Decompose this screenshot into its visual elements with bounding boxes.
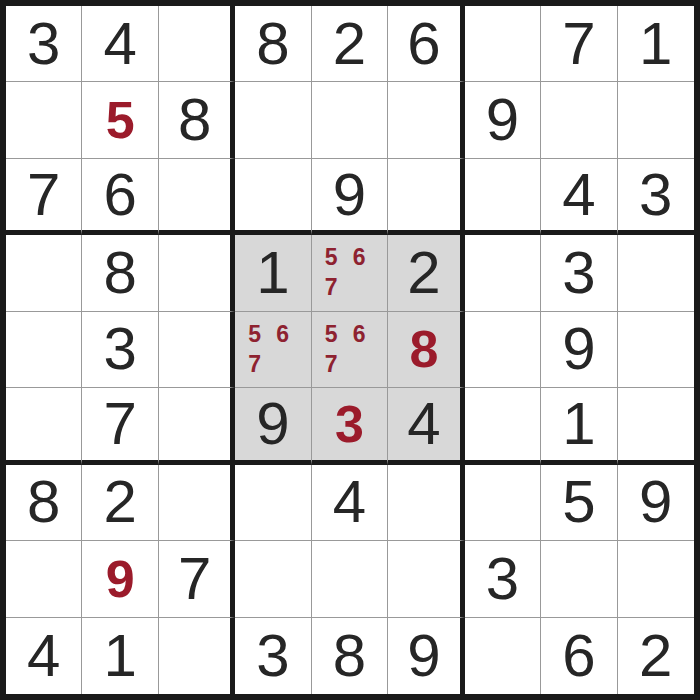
- cell-r6c1[interactable]: [6, 388, 82, 464]
- cell-r3c9[interactable]: 3: [618, 159, 694, 235]
- cell-r2c5[interactable]: [312, 82, 388, 158]
- cell-r4c5[interactable]: 567: [312, 235, 388, 311]
- cell-r9c3[interactable]: [159, 618, 235, 694]
- given-digit: 9: [256, 394, 289, 454]
- pencil-digit: 6: [353, 322, 366, 347]
- user-digit: 9: [106, 553, 135, 605]
- cell-r8c5[interactable]: [312, 541, 388, 617]
- cell-r2c1[interactable]: [6, 82, 82, 158]
- user-digit: 8: [409, 323, 438, 375]
- cell-r5c4[interactable]: 567: [235, 312, 311, 388]
- cell-r8c4[interactable]: [235, 541, 311, 617]
- given-digit: 5: [562, 472, 595, 532]
- given-digit: 9: [407, 626, 440, 686]
- cell-r1c4[interactable]: 8: [235, 6, 311, 82]
- given-digit: 6: [562, 626, 595, 686]
- cell-r6c3[interactable]: [159, 388, 235, 464]
- cell-r1c3[interactable]: [159, 6, 235, 82]
- given-digit: 7: [562, 14, 595, 74]
- cell-r5c3[interactable]: [159, 312, 235, 388]
- given-digit: 3: [639, 165, 672, 225]
- pencil-marks: 567: [235, 312, 310, 387]
- cell-r4c8[interactable]: 3: [541, 235, 617, 311]
- given-digit: 7: [27, 165, 60, 225]
- cell-r4c7[interactable]: [465, 235, 541, 311]
- cell-r9c8[interactable]: 6: [541, 618, 617, 694]
- cell-r6c2[interactable]: 7: [82, 388, 158, 464]
- given-digit: 8: [333, 626, 366, 686]
- cell-r6c6[interactable]: 4: [388, 388, 464, 464]
- given-digit: 6: [407, 14, 440, 74]
- given-digit: 8: [178, 90, 211, 150]
- cell-r3c8[interactable]: 4: [541, 159, 617, 235]
- given-digit: 9: [486, 90, 519, 150]
- cell-r2c3[interactable]: 8: [159, 82, 235, 158]
- given-digit: 2: [407, 243, 440, 303]
- cell-r8c6[interactable]: [388, 541, 464, 617]
- cell-r7c4[interactable]: [235, 465, 311, 541]
- cell-r7c5[interactable]: 4: [312, 465, 388, 541]
- cell-r1c6[interactable]: 6: [388, 6, 464, 82]
- cell-r9c9[interactable]: 2: [618, 618, 694, 694]
- cell-r8c9[interactable]: [618, 541, 694, 617]
- cell-r5c2[interactable]: 3: [82, 312, 158, 388]
- cell-r8c3[interactable]: 7: [159, 541, 235, 617]
- cell-r5c1[interactable]: [6, 312, 82, 388]
- given-digit: 2: [639, 626, 672, 686]
- sudoku-board: 3482671589769438156723356756789793418245…: [0, 0, 700, 700]
- cell-r9c7[interactable]: [465, 618, 541, 694]
- given-digit: 4: [407, 394, 440, 454]
- cell-r9c6[interactable]: 9: [388, 618, 464, 694]
- given-digit: 1: [639, 14, 672, 74]
- cell-r3c1[interactable]: 7: [6, 159, 82, 235]
- cell-r7c7[interactable]: [465, 465, 541, 541]
- cell-r7c1[interactable]: 8: [6, 465, 82, 541]
- pencil-marks: 567: [312, 312, 387, 387]
- cell-r2c8[interactable]: [541, 82, 617, 158]
- cell-r1c2[interactable]: 4: [82, 6, 158, 82]
- cell-r6c8[interactable]: 1: [541, 388, 617, 464]
- cell-r9c2[interactable]: 1: [82, 618, 158, 694]
- cell-r3c5[interactable]: 9: [312, 159, 388, 235]
- cell-r5c9[interactable]: [618, 312, 694, 388]
- cell-r8c7[interactable]: 3: [465, 541, 541, 617]
- cell-r9c5[interactable]: 8: [312, 618, 388, 694]
- given-digit: 8: [103, 243, 136, 303]
- cell-r2c4[interactable]: [235, 82, 311, 158]
- cell-r4c4[interactable]: 1: [235, 235, 311, 311]
- user-digit: 5: [106, 94, 135, 146]
- given-digit: 9: [333, 165, 366, 225]
- given-digit: 4: [562, 165, 595, 225]
- cell-r5c6[interactable]: 8: [388, 312, 464, 388]
- cell-r4c2[interactable]: 8: [82, 235, 158, 311]
- cell-r4c1[interactable]: [6, 235, 82, 311]
- cell-r6c5[interactable]: 3: [312, 388, 388, 464]
- given-digit: 3: [103, 319, 136, 379]
- given-digit: 1: [103, 626, 136, 686]
- given-digit: 8: [27, 472, 60, 532]
- cell-r3c3[interactable]: [159, 159, 235, 235]
- given-digit: 7: [178, 549, 211, 609]
- pencil-digit: 5: [325, 245, 338, 270]
- pencil-digit: 6: [276, 322, 289, 347]
- given-digit: 4: [27, 626, 60, 686]
- cell-r3c2[interactable]: 6: [82, 159, 158, 235]
- given-digit: 1: [562, 394, 595, 454]
- cell-r1c9[interactable]: 1: [618, 6, 694, 82]
- cell-r9c4[interactable]: 3: [235, 618, 311, 694]
- pencil-digit: 5: [248, 322, 261, 347]
- given-digit: 4: [103, 14, 136, 74]
- cell-r5c5[interactable]: 567: [312, 312, 388, 388]
- cell-r7c3[interactable]: [159, 465, 235, 541]
- given-digit: 1: [256, 243, 289, 303]
- pencil-digit: 7: [248, 352, 261, 377]
- cell-r3c7[interactable]: [465, 159, 541, 235]
- pencil-digit: 7: [325, 275, 338, 300]
- given-digit: 2: [333, 14, 366, 74]
- cell-r6c4[interactable]: 9: [235, 388, 311, 464]
- user-digit: 3: [335, 398, 364, 450]
- cell-r1c1[interactable]: 3: [6, 6, 82, 82]
- cell-r2c6[interactable]: [388, 82, 464, 158]
- given-digit: 3: [27, 14, 60, 74]
- cell-r5c8[interactable]: 9: [541, 312, 617, 388]
- cell-r8c1[interactable]: [6, 541, 82, 617]
- cell-r4c6[interactable]: 2: [388, 235, 464, 311]
- cell-r2c2[interactable]: 5: [82, 82, 158, 158]
- cell-r7c2[interactable]: 2: [82, 465, 158, 541]
- cell-r5c7[interactable]: [465, 312, 541, 388]
- given-digit: 3: [486, 549, 519, 609]
- cell-r1c5[interactable]: 2: [312, 6, 388, 82]
- pencil-marks: 567: [312, 235, 387, 310]
- cell-r1c7[interactable]: [465, 6, 541, 82]
- cell-r2c7[interactable]: 9: [465, 82, 541, 158]
- given-digit: 4: [333, 472, 366, 532]
- given-digit: 9: [562, 319, 595, 379]
- cell-r1c8[interactable]: 7: [541, 6, 617, 82]
- cell-r7c8[interactable]: 5: [541, 465, 617, 541]
- given-digit: 3: [256, 626, 289, 686]
- given-digit: 6: [103, 165, 136, 225]
- cell-r3c4[interactable]: [235, 159, 311, 235]
- cell-r7c9[interactable]: 9: [618, 465, 694, 541]
- given-digit: 7: [103, 394, 136, 454]
- cell-r2c9[interactable]: [618, 82, 694, 158]
- cell-r7c6[interactable]: [388, 465, 464, 541]
- given-digit: 9: [639, 472, 672, 532]
- cell-r9c1[interactable]: 4: [6, 618, 82, 694]
- pencil-digit: 6: [353, 245, 366, 270]
- given-digit: 3: [562, 243, 595, 303]
- cell-r8c8[interactable]: [541, 541, 617, 617]
- given-digit: 8: [256, 14, 289, 74]
- cell-r6c7[interactable]: [465, 388, 541, 464]
- cell-r8c2[interactable]: 9: [82, 541, 158, 617]
- cell-r4c3[interactable]: [159, 235, 235, 311]
- cell-r6c9[interactable]: [618, 388, 694, 464]
- pencil-digit: 7: [325, 352, 338, 377]
- cell-r4c9[interactable]: [618, 235, 694, 311]
- pencil-digit: 5: [325, 322, 338, 347]
- given-digit: 2: [103, 472, 136, 532]
- cell-r3c6[interactable]: [388, 159, 464, 235]
